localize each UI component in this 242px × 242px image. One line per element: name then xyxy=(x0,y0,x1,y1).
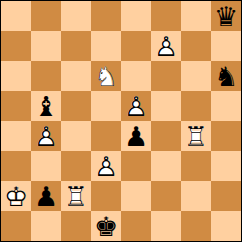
square-c2[interactable]: ♜♖ xyxy=(61,181,91,211)
square-f7[interactable]: ♟♙ xyxy=(151,31,181,61)
square-g4[interactable]: ♜♖ xyxy=(181,121,211,151)
square-c7[interactable] xyxy=(61,31,91,61)
square-f6[interactable] xyxy=(151,61,181,91)
square-b8[interactable] xyxy=(31,1,61,31)
piece-white-rook-fill: ♜ xyxy=(61,181,91,211)
square-a1[interactable] xyxy=(1,211,31,241)
square-d8[interactable] xyxy=(91,1,121,31)
square-b4[interactable]: ♟♙ xyxy=(31,121,61,151)
piece-white-pawn[interactable]: ♙ xyxy=(151,31,181,61)
square-b6[interactable] xyxy=(31,61,61,91)
square-a7[interactable] xyxy=(1,31,31,61)
square-b7[interactable] xyxy=(31,31,61,61)
piece-white-pawn[interactable]: ♙ xyxy=(91,151,121,181)
piece-white-knight-fill: ♞ xyxy=(91,61,121,91)
piece-white-pawn-fill: ♟ xyxy=(121,91,151,121)
piece-white-pawn-fill: ♟ xyxy=(91,151,121,181)
piece-white-rook-fill: ♜ xyxy=(181,121,211,151)
square-f2[interactable] xyxy=(151,181,181,211)
piece-black-bishop[interactable]: ♝ xyxy=(31,91,61,121)
square-b2[interactable]: ♟ xyxy=(31,181,61,211)
square-h4[interactable] xyxy=(211,121,241,151)
square-d6[interactable]: ♞♘ xyxy=(91,61,121,91)
piece-white-rook[interactable]: ♖ xyxy=(61,181,91,211)
piece-black-king[interactable]: ♚ xyxy=(91,211,121,241)
piece-white-king[interactable]: ♔ xyxy=(1,181,31,211)
chess-board: ♛♟♙♞♘♞♝♟♙♟♙♟♜♖♟♙♚♔♟♜♖♚ xyxy=(1,1,241,241)
square-g1[interactable] xyxy=(181,211,211,241)
square-a4[interactable] xyxy=(1,121,31,151)
square-f3[interactable] xyxy=(151,151,181,181)
square-f8[interactable] xyxy=(151,1,181,31)
square-e2[interactable] xyxy=(121,181,151,211)
square-d5[interactable] xyxy=(91,91,121,121)
square-h5[interactable] xyxy=(211,91,241,121)
piece-white-knight[interactable]: ♘ xyxy=(91,61,121,91)
square-f5[interactable] xyxy=(151,91,181,121)
square-f4[interactable] xyxy=(151,121,181,151)
piece-white-pawn-fill: ♟ xyxy=(31,121,61,151)
piece-white-pawn[interactable]: ♙ xyxy=(31,121,61,151)
square-g3[interactable] xyxy=(181,151,211,181)
square-d2[interactable] xyxy=(91,181,121,211)
square-g6[interactable] xyxy=(181,61,211,91)
square-e3[interactable] xyxy=(121,151,151,181)
square-a6[interactable] xyxy=(1,61,31,91)
piece-black-queen[interactable]: ♛ xyxy=(211,1,241,31)
square-h2[interactable] xyxy=(211,181,241,211)
square-e1[interactable] xyxy=(121,211,151,241)
square-g2[interactable] xyxy=(181,181,211,211)
square-b1[interactable] xyxy=(31,211,61,241)
square-c5[interactable] xyxy=(61,91,91,121)
square-a2[interactable]: ♚♔ xyxy=(1,181,31,211)
square-g5[interactable] xyxy=(181,91,211,121)
square-d3[interactable]: ♟♙ xyxy=(91,151,121,181)
square-d4[interactable] xyxy=(91,121,121,151)
square-a5[interactable] xyxy=(1,91,31,121)
square-e5[interactable]: ♟♙ xyxy=(121,91,151,121)
square-a3[interactable] xyxy=(1,151,31,181)
square-g8[interactable] xyxy=(181,1,211,31)
square-c1[interactable] xyxy=(61,211,91,241)
piece-black-pawn[interactable]: ♟ xyxy=(31,181,61,211)
square-d7[interactable] xyxy=(91,31,121,61)
piece-black-knight[interactable]: ♞ xyxy=(211,61,241,91)
square-e6[interactable] xyxy=(121,61,151,91)
square-b3[interactable] xyxy=(31,151,61,181)
square-c6[interactable] xyxy=(61,61,91,91)
square-b5[interactable]: ♝ xyxy=(31,91,61,121)
square-h8[interactable]: ♛ xyxy=(211,1,241,31)
square-c3[interactable] xyxy=(61,151,91,181)
square-h1[interactable] xyxy=(211,211,241,241)
piece-white-king-fill: ♚ xyxy=(1,181,31,211)
square-f1[interactable] xyxy=(151,211,181,241)
square-e7[interactable] xyxy=(121,31,151,61)
square-c8[interactable] xyxy=(61,1,91,31)
square-d1[interactable]: ♚ xyxy=(91,211,121,241)
piece-white-rook[interactable]: ♖ xyxy=(181,121,211,151)
square-e4[interactable]: ♟ xyxy=(121,121,151,151)
piece-black-pawn[interactable]: ♟ xyxy=(121,121,151,151)
square-h3[interactable] xyxy=(211,151,241,181)
piece-white-pawn-fill: ♟ xyxy=(151,31,181,61)
square-c4[interactable] xyxy=(61,121,91,151)
piece-white-pawn[interactable]: ♙ xyxy=(121,91,151,121)
square-h6[interactable]: ♞ xyxy=(211,61,241,91)
square-e8[interactable] xyxy=(121,1,151,31)
chess-board-frame: ♛♟♙♞♘♞♝♟♙♟♙♟♜♖♟♙♚♔♟♜♖♚ xyxy=(0,0,242,242)
square-a8[interactable] xyxy=(1,1,31,31)
square-g7[interactable] xyxy=(181,31,211,61)
square-h7[interactable] xyxy=(211,31,241,61)
